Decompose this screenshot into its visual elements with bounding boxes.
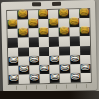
black-piece[interactable]: ⛂ <box>50 72 60 81</box>
square-b2[interactable]: ⛂ <box>19 65 29 74</box>
square-a3[interactable]: ⛂ <box>8 56 18 65</box>
square-f5[interactable] <box>59 37 69 46</box>
black-piece[interactable]: ⛂ <box>70 53 80 62</box>
square-e6[interactable] <box>49 28 59 37</box>
gold-piece[interactable]: ⛂ <box>79 7 89 16</box>
square-d6[interactable]: ⛂ <box>38 28 48 37</box>
table-shadow <box>0 91 99 99</box>
square-c6[interactable] <box>28 28 38 37</box>
square-h5[interactable] <box>80 36 90 45</box>
black-piece[interactable]: ⛂ <box>29 72 39 81</box>
black-piece[interactable]: ⛂ <box>9 73 19 82</box>
gold-piece[interactable]: ⛂ <box>7 18 17 27</box>
black-piece[interactable]: ⛂ <box>70 71 80 80</box>
latch-strip <box>7 84 93 90</box>
square-g3[interactable]: ⛂ <box>70 55 80 64</box>
square-e1[interactable]: ⛂ <box>50 74 60 83</box>
square-f4[interactable] <box>59 46 69 55</box>
square-d4[interactable] <box>39 46 49 55</box>
gold-piece[interactable]: ⛂ <box>38 26 48 35</box>
gold-piece[interactable]: ⛂ <box>38 8 48 17</box>
gold-piece[interactable]: ⛂ <box>28 17 38 26</box>
square-c3[interactable]: ⛂ <box>29 56 39 65</box>
square-e3[interactable]: ⛂ <box>49 55 59 64</box>
gold-piece[interactable]: ⛂ <box>48 17 58 26</box>
square-e5[interactable] <box>49 37 59 46</box>
square-h8[interactable]: ⛂ <box>79 9 89 18</box>
gold-piece[interactable]: ⛂ <box>79 25 89 34</box>
square-c5[interactable] <box>28 38 38 47</box>
black-piece[interactable]: ⛂ <box>29 54 39 63</box>
square-a1[interactable]: ⛂ <box>9 75 19 84</box>
square-b6[interactable]: ⛂ <box>18 29 28 38</box>
square-g6[interactable] <box>69 28 79 37</box>
square-a7[interactable]: ⛂ <box>7 20 17 29</box>
square-h6[interactable]: ⛂ <box>79 27 89 36</box>
black-piece[interactable]: ⛂ <box>49 53 59 62</box>
square-c1[interactable]: ⛂ <box>29 74 39 83</box>
square-c7[interactable]: ⛂ <box>28 19 38 28</box>
square-h1[interactable] <box>80 73 90 82</box>
square-f1[interactable] <box>60 73 70 82</box>
square-b8[interactable]: ⛂ <box>17 10 27 19</box>
square-g7[interactable]: ⛂ <box>69 18 79 27</box>
square-a5[interactable] <box>8 38 18 47</box>
square-b5[interactable] <box>18 38 28 47</box>
square-g5[interactable] <box>69 37 79 46</box>
square-f8[interactable]: ⛂ <box>58 10 68 19</box>
square-e7[interactable]: ⛂ <box>48 19 58 28</box>
gold-piece[interactable]: ⛂ <box>18 27 28 36</box>
square-h4[interactable] <box>80 46 90 55</box>
square-h2[interactable]: ⛂ <box>80 64 90 73</box>
square-f6[interactable]: ⛂ <box>59 28 69 37</box>
square-d1[interactable] <box>39 74 49 83</box>
square-d5[interactable] <box>39 37 49 46</box>
black-piece[interactable]: ⛂ <box>39 63 49 72</box>
square-d2[interactable]: ⛂ <box>39 65 49 74</box>
black-piece[interactable]: ⛂ <box>19 63 29 72</box>
black-piece[interactable]: ⛂ <box>60 62 70 71</box>
square-f2[interactable]: ⛂ <box>60 64 70 73</box>
gold-piece[interactable]: ⛂ <box>69 16 79 25</box>
photo-backdrop: ⛂⛂⛂⛂⛂⛂⛂⛂⛂⛂⛂⛂⛂⛂⛂⛂⛂⛂⛂⛂⛂⛂⛂⛂ <box>0 0 99 99</box>
square-b1[interactable] <box>19 74 29 83</box>
square-b4[interactable] <box>18 47 28 56</box>
gold-piece[interactable]: ⛂ <box>58 8 68 17</box>
board-case: ⛂⛂⛂⛂⛂⛂⛂⛂⛂⛂⛂⛂⛂⛂⛂⛂⛂⛂⛂⛂⛂⛂⛂⛂ <box>1 0 97 92</box>
square-g1[interactable]: ⛂ <box>70 73 80 82</box>
gold-piece[interactable]: ⛂ <box>17 8 27 17</box>
square-d8[interactable]: ⛂ <box>38 10 48 19</box>
black-piece[interactable]: ⛂ <box>80 62 90 71</box>
square-a6[interactable] <box>8 29 18 38</box>
gold-piece[interactable]: ⛂ <box>59 26 69 35</box>
checkers-board: ⛂⛂⛂⛂⛂⛂⛂⛂⛂⛂⛂⛂⛂⛂⛂⛂⛂⛂⛂⛂⛂⛂⛂⛂ <box>6 8 92 85</box>
black-piece[interactable]: ⛂ <box>8 54 18 63</box>
